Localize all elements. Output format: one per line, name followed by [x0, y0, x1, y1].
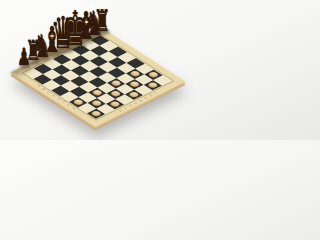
- dark-rook-piece: ♜: [94, 6, 111, 36]
- chess-pieces-lineup: ♟♜♞♝♛♚♝♞♜: [0, 0, 200, 140]
- photo-scene: A B C D E F G H 1 2 3 4 5 6 7 8 ♟♜♞♝♛♚♝♞…: [0, 0, 200, 140]
